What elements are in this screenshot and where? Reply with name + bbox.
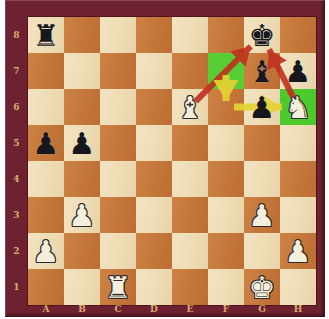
square-g2[interactable] (244, 233, 280, 269)
chess-board[interactable]: ♜♚♝♟♝♟♞♟♟♟♟♟♟♜♚ (28, 17, 316, 305)
file-label-E: E (172, 303, 208, 317)
square-f7[interactable] (208, 53, 244, 89)
square-d6[interactable] (136, 89, 172, 125)
square-a2[interactable]: ♟ (28, 233, 64, 269)
square-e7[interactable] (172, 53, 208, 89)
file-label-D: D (136, 303, 172, 317)
piece-black-p-b5[interactable]: ♟ (64, 125, 100, 161)
rank-label-1: 1 (5, 269, 28, 305)
square-h3[interactable] (280, 197, 316, 233)
square-a5[interactable]: ♟ (28, 125, 64, 161)
piece-black-p-g6[interactable]: ♟ (244, 89, 280, 125)
square-h8[interactable] (280, 17, 316, 53)
square-b7[interactable] (64, 53, 100, 89)
square-c1[interactable]: ♜ (100, 269, 136, 305)
file-label-C: C (100, 303, 136, 317)
piece-black-p-a5[interactable]: ♟ (28, 125, 64, 161)
piece-black-k-g8[interactable]: ♚ (244, 17, 280, 53)
rank-label-2: 2 (5, 233, 28, 269)
square-d5[interactable] (136, 125, 172, 161)
square-e5[interactable] (172, 125, 208, 161)
square-h4[interactable] (280, 161, 316, 197)
square-e6[interactable]: ♝ (172, 89, 208, 125)
square-c6[interactable] (100, 89, 136, 125)
square-b3[interactable]: ♟ (64, 197, 100, 233)
square-g7[interactable]: ♝ (244, 53, 280, 89)
piece-white-r-c1[interactable]: ♜ (100, 269, 136, 305)
square-f5[interactable] (208, 125, 244, 161)
square-f4[interactable] (208, 161, 244, 197)
square-f2[interactable] (208, 233, 244, 269)
square-a8[interactable]: ♜ (28, 17, 64, 53)
file-label-G: G (244, 303, 280, 317)
rank-label-6: 6 (5, 89, 28, 125)
square-e4[interactable] (172, 161, 208, 197)
square-a3[interactable] (28, 197, 64, 233)
board-frame: ♜♚♝♟♝♟♞♟♟♟♟♟♟♜♚ 87654321 ABCDEFGH (5, 0, 325, 317)
square-g6[interactable]: ♟ (244, 89, 280, 125)
square-b2[interactable] (64, 233, 100, 269)
square-f8[interactable] (208, 17, 244, 53)
piece-black-b-g7[interactable]: ♝ (244, 53, 280, 89)
square-c3[interactable] (100, 197, 136, 233)
piece-white-p-g3[interactable]: ♟ (244, 197, 280, 233)
square-a6[interactable] (28, 89, 64, 125)
square-f1[interactable] (208, 269, 244, 305)
square-c4[interactable] (100, 161, 136, 197)
piece-white-p-h2[interactable]: ♟ (280, 233, 316, 269)
square-b4[interactable] (64, 161, 100, 197)
rank-label-3: 3 (5, 197, 28, 233)
square-a4[interactable] (28, 161, 64, 197)
square-c2[interactable] (100, 233, 136, 269)
square-d8[interactable] (136, 17, 172, 53)
rank-label-4: 4 (5, 161, 28, 197)
file-label-A: A (28, 303, 64, 317)
square-d3[interactable] (136, 197, 172, 233)
file-label-F: F (208, 303, 244, 317)
square-g3[interactable]: ♟ (244, 197, 280, 233)
piece-white-n-h6[interactable]: ♞ (280, 89, 316, 125)
square-c7[interactable] (100, 53, 136, 89)
square-b8[interactable] (64, 17, 100, 53)
rank-label-5: 5 (5, 125, 28, 161)
piece-white-k-g1[interactable]: ♚ (244, 269, 280, 305)
square-a1[interactable] (28, 269, 64, 305)
square-b5[interactable]: ♟ (64, 125, 100, 161)
piece-black-p-h7[interactable]: ♟ (280, 53, 316, 89)
square-c5[interactable] (100, 125, 136, 161)
square-e1[interactable] (172, 269, 208, 305)
rank-label-7: 7 (5, 53, 28, 89)
square-e2[interactable] (172, 233, 208, 269)
square-f3[interactable] (208, 197, 244, 233)
square-h6[interactable]: ♞ (280, 89, 316, 125)
square-d2[interactable] (136, 233, 172, 269)
square-e3[interactable] (172, 197, 208, 233)
square-h7[interactable]: ♟ (280, 53, 316, 89)
square-d7[interactable] (136, 53, 172, 89)
square-b1[interactable] (64, 269, 100, 305)
square-g1[interactable]: ♚ (244, 269, 280, 305)
square-d1[interactable] (136, 269, 172, 305)
square-e8[interactable] (172, 17, 208, 53)
file-label-B: B (64, 303, 100, 317)
square-h2[interactable]: ♟ (280, 233, 316, 269)
square-g8[interactable]: ♚ (244, 17, 280, 53)
square-d4[interactable] (136, 161, 172, 197)
square-a7[interactable] (28, 53, 64, 89)
file-label-H: H (280, 303, 316, 317)
piece-white-p-a2[interactable]: ♟ (28, 233, 64, 269)
square-f6[interactable] (208, 89, 244, 125)
square-b6[interactable] (64, 89, 100, 125)
piece-black-r-a8[interactable]: ♜ (28, 17, 64, 53)
chessboard-screenshot: ♜♚♝♟♝♟♞♟♟♟♟♟♟♜♚ 87654321 ABCDEFGH (0, 0, 329, 319)
piece-white-b-e6[interactable]: ♝ (172, 89, 208, 125)
piece-white-p-b3[interactable]: ♟ (64, 197, 100, 233)
square-h5[interactable] (280, 125, 316, 161)
square-c8[interactable] (100, 17, 136, 53)
rank-label-8: 8 (5, 17, 28, 53)
square-h1[interactable] (280, 269, 316, 305)
square-g4[interactable] (244, 161, 280, 197)
square-g5[interactable] (244, 125, 280, 161)
